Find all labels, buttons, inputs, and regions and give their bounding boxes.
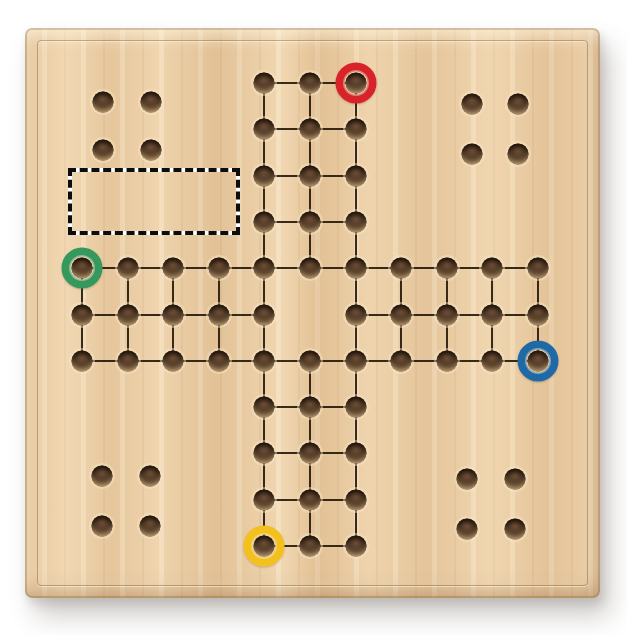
home-hole-bottom-right-2[interactable]	[505, 469, 526, 490]
hole-c2r5[interactable]	[163, 304, 184, 325]
hole-c5r2[interactable]	[300, 165, 321, 186]
hole-c7r4[interactable]	[391, 258, 412, 279]
home-hole-top-right-4[interactable]	[508, 144, 529, 165]
hole-c0r6[interactable]	[72, 350, 93, 371]
hole-c6r5[interactable]	[345, 304, 366, 325]
home-hole-top-left-2[interactable]	[141, 92, 162, 113]
hole-c1r5[interactable]	[117, 304, 138, 325]
hole-c5r10[interactable]	[300, 536, 321, 557]
hole-c5r8[interactable]	[300, 443, 321, 464]
hole-c4r3[interactable]	[254, 211, 275, 232]
hole-c6r10[interactable]	[345, 536, 366, 557]
home-hole-bottom-left-2[interactable]	[140, 466, 161, 487]
home-hole-top-left-1[interactable]	[93, 92, 114, 113]
hole-c7r6[interactable]	[391, 350, 412, 371]
hole-c4r0[interactable]	[254, 73, 275, 94]
hole-c6r0[interactable]	[345, 73, 366, 94]
hole-c6r3[interactable]	[345, 211, 366, 232]
hole-c4r5[interactable]	[254, 304, 275, 325]
print-area-placeholder[interactable]	[68, 168, 240, 235]
hole-c0r4[interactable]	[72, 258, 93, 279]
home-hole-top-right-3[interactable]	[462, 144, 483, 165]
hole-c0r5[interactable]	[72, 304, 93, 325]
hole-c4r9[interactable]	[254, 489, 275, 510]
hole-c8r6[interactable]	[436, 350, 457, 371]
hole-c5r3[interactable]	[300, 211, 321, 232]
home-hole-bottom-right-3[interactable]	[457, 519, 478, 540]
hole-c6r8[interactable]	[345, 443, 366, 464]
hole-c4r1[interactable]	[254, 119, 275, 140]
hole-c4r10[interactable]	[254, 536, 275, 557]
home-hole-top-right-1[interactable]	[462, 94, 483, 115]
hole-c5r6[interactable]	[300, 350, 321, 371]
home-hole-top-left-3[interactable]	[93, 140, 114, 161]
home-hole-bottom-left-4[interactable]	[140, 516, 161, 537]
home-hole-bottom-left-3[interactable]	[92, 516, 113, 537]
hole-c8r4[interactable]	[436, 258, 457, 279]
hole-c3r4[interactable]	[208, 258, 229, 279]
hole-c6r4[interactable]	[345, 258, 366, 279]
hole-c9r6[interactable]	[482, 350, 503, 371]
hole-c3r6[interactable]	[208, 350, 229, 371]
hole-c10r5[interactable]	[528, 304, 549, 325]
hole-c1r4[interactable]	[117, 258, 138, 279]
hole-c5r4[interactable]	[300, 258, 321, 279]
hole-c10r6[interactable]	[528, 350, 549, 371]
hole-c6r7[interactable]	[345, 397, 366, 418]
hole-c4r7[interactable]	[254, 397, 275, 418]
hole-c10r4[interactable]	[528, 258, 549, 279]
hole-c6r9[interactable]	[345, 489, 366, 510]
hole-c5r0[interactable]	[300, 73, 321, 94]
hole-c4r6[interactable]	[254, 350, 275, 371]
home-hole-bottom-left-1[interactable]	[92, 466, 113, 487]
hole-c9r4[interactable]	[482, 258, 503, 279]
hole-c2r6[interactable]	[163, 350, 184, 371]
ludo-board	[25, 28, 600, 598]
home-hole-bottom-right-4[interactable]	[505, 519, 526, 540]
hole-c4r2[interactable]	[254, 165, 275, 186]
home-hole-top-left-4[interactable]	[141, 140, 162, 161]
hole-c5r9[interactable]	[300, 489, 321, 510]
hole-c7r5[interactable]	[391, 304, 412, 325]
hole-c3r5[interactable]	[208, 304, 229, 325]
hole-c4r8[interactable]	[254, 443, 275, 464]
hole-c5r7[interactable]	[300, 397, 321, 418]
hole-c9r5[interactable]	[482, 304, 503, 325]
hole-c4r4[interactable]	[254, 258, 275, 279]
home-hole-bottom-right-1[interactable]	[457, 469, 478, 490]
hole-c6r1[interactable]	[345, 119, 366, 140]
hole-c8r5[interactable]	[436, 304, 457, 325]
hole-c6r6[interactable]	[345, 350, 366, 371]
hole-c6r2[interactable]	[345, 165, 366, 186]
hole-c2r4[interactable]	[163, 258, 184, 279]
product-photo-canvas	[0, 0, 627, 635]
home-hole-top-right-2[interactable]	[508, 94, 529, 115]
hole-c5r1[interactable]	[300, 119, 321, 140]
hole-c1r6[interactable]	[117, 350, 138, 371]
